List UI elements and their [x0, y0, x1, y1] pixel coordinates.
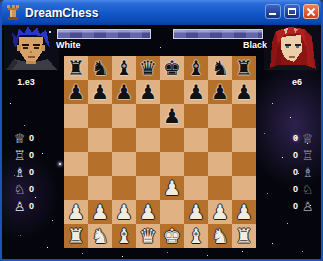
queen-icon: ♕: [300, 131, 315, 146]
square-b7[interactable]: ♟: [88, 80, 112, 104]
black-captured-pawn-count: 0: [293, 199, 298, 214]
square-e2[interactable]: [160, 200, 184, 224]
bishop-icon: ♗: [12, 165, 27, 180]
knight-icon: ♘: [12, 182, 27, 197]
white-pawn-piece: ♟: [91, 200, 109, 224]
square-g2[interactable]: ♟: [208, 200, 232, 224]
square-g5[interactable]: [208, 128, 232, 152]
square-b3[interactable]: [88, 176, 112, 200]
black-pawn-piece: ♟: [91, 80, 109, 104]
square-e8[interactable]: ♚: [160, 56, 184, 80]
square-g7[interactable]: ♟: [208, 80, 232, 104]
square-b5[interactable]: [88, 128, 112, 152]
white-king-piece: ♚: [163, 224, 181, 248]
square-h4[interactable]: [232, 152, 256, 176]
square-h7[interactable]: ♟: [232, 80, 256, 104]
black-pawn-piece: ♟: [139, 80, 157, 104]
square-c8[interactable]: ♝: [112, 56, 136, 80]
white-captured-queen-row: ♕0: [12, 130, 58, 147]
square-c2[interactable]: ♟: [112, 200, 136, 224]
bishop-icon: ♗: [300, 165, 315, 180]
square-b4[interactable]: [88, 152, 112, 176]
white-captured-rook-count: 0: [29, 148, 34, 163]
square-a7[interactable]: ♟: [64, 80, 88, 104]
black-knight-piece: ♞: [91, 56, 109, 80]
maximize-button[interactable]: [284, 4, 300, 19]
square-e1[interactable]: ♚: [160, 224, 184, 248]
square-e3[interactable]: ♟: [160, 176, 184, 200]
white-queen-piece: ♛: [139, 224, 157, 248]
black-captured-knight-count: 0: [293, 182, 298, 197]
white-captured-knight-row: ♘0: [12, 181, 58, 198]
black-rook-piece: ♜: [67, 56, 85, 80]
white-captured-tray: ♕0♖0♗0♘0♙0: [12, 130, 58, 215]
black-player-avatar: [264, 25, 319, 70]
knight-icon: ♘: [300, 182, 315, 197]
rook-icon: ♖: [300, 148, 315, 163]
black-captured-bishop-row: 0♗: [269, 164, 315, 181]
square-a2[interactable]: ♟: [64, 200, 88, 224]
maximize-icon: [288, 8, 296, 15]
black-pawn-piece: ♟: [235, 80, 253, 104]
square-b2[interactable]: ♟: [88, 200, 112, 224]
white-pawn-piece: ♟: [139, 200, 157, 224]
titlebar[interactable]: DreamChess: [0, 0, 323, 25]
white-pawn-piece: ♟: [211, 200, 229, 224]
pawn-icon: ♙: [12, 199, 27, 214]
white-captured-rook-row: ♖0: [12, 147, 58, 164]
square-d1[interactable]: ♛: [136, 224, 160, 248]
square-b8[interactable]: ♞: [88, 56, 112, 80]
square-g4[interactable]: [208, 152, 232, 176]
square-h5[interactable]: [232, 128, 256, 152]
white-pawn-piece: ♟: [67, 200, 85, 224]
black-captured-queen-count: 0: [293, 131, 298, 146]
square-d7[interactable]: ♟: [136, 80, 160, 104]
white-knight-piece: ♞: [211, 224, 229, 248]
white-captured-pawn-row: ♙0: [12, 198, 58, 215]
square-a6[interactable]: [64, 104, 88, 128]
square-g6[interactable]: [208, 104, 232, 128]
square-h3[interactable]: [232, 176, 256, 200]
black-last-move: e6: [282, 77, 312, 87]
square-a4[interactable]: [64, 152, 88, 176]
square-a8[interactable]: ♜: [64, 56, 88, 80]
square-a3[interactable]: [64, 176, 88, 200]
black-label: Black: [243, 40, 267, 50]
square-a1[interactable]: ♜: [64, 224, 88, 248]
square-h8[interactable]: ♜: [232, 56, 256, 80]
square-d8[interactable]: ♛: [136, 56, 160, 80]
black-clock-fill: [174, 30, 262, 38]
black-pawn-piece: ♟: [115, 80, 133, 104]
black-captured-pawn-row: 0♙: [269, 198, 315, 215]
square-f8[interactable]: ♝: [184, 56, 208, 80]
square-h1[interactable]: ♜: [232, 224, 256, 248]
square-c3[interactable]: [112, 176, 136, 200]
square-g8[interactable]: ♞: [208, 56, 232, 80]
square-e7[interactable]: [160, 80, 184, 104]
white-label: White: [56, 40, 81, 50]
square-d6[interactable]: [136, 104, 160, 128]
queen-icon: ♕: [12, 131, 27, 146]
white-captured-knight-count: 0: [29, 182, 34, 197]
white-rook-piece: ♜: [67, 224, 85, 248]
white-knight-piece: ♞: [91, 224, 109, 248]
white-clock-bar: [57, 29, 151, 39]
black-pawn-piece: ♟: [163, 104, 181, 128]
white-captured-pawn-count: 0: [29, 199, 34, 214]
square-h2[interactable]: ♟: [232, 200, 256, 224]
square-c4[interactable]: [112, 152, 136, 176]
black-king-piece: ♚: [163, 56, 181, 80]
black-bishop-piece: ♝: [187, 56, 205, 80]
black-pawn-piece: ♟: [187, 80, 205, 104]
black-captured-bishop-count: 0: [293, 165, 298, 180]
white-clock-fill: [58, 30, 150, 38]
white-rook-piece: ♜: [235, 224, 253, 248]
white-captured-bishop-count: 0: [29, 165, 34, 180]
white-pawn-piece: ♟: [163, 176, 181, 200]
close-button[interactable]: [303, 4, 319, 19]
black-captured-queen-row: 0♕: [269, 130, 315, 147]
black-bishop-piece: ♝: [115, 56, 133, 80]
square-c6[interactable]: [112, 104, 136, 128]
chess-board[interactable]: ♜♞♝♛♚♝♞♜♟♟♟♟♟♟♟♟♟♟♟♟♟♟♟♟♜♞♝♛♚♝♞♜: [64, 56, 256, 248]
black-captured-tray: 0♕0♖0♗0♘0♙: [269, 130, 315, 215]
black-captured-knight-row: 0♘: [269, 181, 315, 198]
minimize-icon: [269, 13, 276, 15]
square-c5[interactable]: [112, 128, 136, 152]
square-e5[interactable]: [160, 128, 184, 152]
white-bishop-piece: ♝: [187, 224, 205, 248]
square-e6[interactable]: ♟: [160, 104, 184, 128]
white-pawn-piece: ♟: [187, 200, 205, 224]
black-queen-piece: ♛: [139, 56, 157, 80]
black-pawn-piece: ♟: [67, 80, 85, 104]
square-f2[interactable]: ♟: [184, 200, 208, 224]
square-b1[interactable]: ♞: [88, 224, 112, 248]
square-h6[interactable]: [232, 104, 256, 128]
black-pawn-piece: ♟: [211, 80, 229, 104]
white-captured-queen-count: 0: [29, 131, 34, 146]
white-pawn-piece: ♟: [235, 200, 253, 224]
pawn-icon: ♙: [300, 199, 315, 214]
rook-app-icon: [6, 4, 20, 21]
square-f1[interactable]: ♝: [184, 224, 208, 248]
white-player-avatar: [4, 25, 59, 70]
square-f6[interactable]: [184, 104, 208, 128]
black-captured-rook-row: 0♖: [269, 147, 315, 164]
rook-icon: ♖: [12, 148, 27, 163]
white-last-move: 1.e3: [4, 77, 48, 87]
dreamchess-window: DreamChess: [0, 0, 323, 261]
black-clock-bar: [173, 29, 263, 39]
square-d3[interactable]: [136, 176, 160, 200]
square-f4[interactable]: [184, 152, 208, 176]
square-a5[interactable]: [64, 128, 88, 152]
black-knight-piece: ♞: [211, 56, 229, 80]
white-captured-bishop-row: ♗0: [12, 164, 58, 181]
square-b6[interactable]: [88, 104, 112, 128]
square-g1[interactable]: ♞: [208, 224, 232, 248]
white-bishop-piece: ♝: [115, 224, 133, 248]
square-f7[interactable]: ♟: [184, 80, 208, 104]
black-captured-rook-count: 0: [293, 148, 298, 163]
square-f5[interactable]: [184, 128, 208, 152]
black-rook-piece: ♜: [235, 56, 253, 80]
square-d2[interactable]: ♟: [136, 200, 160, 224]
square-e4[interactable]: [160, 152, 184, 176]
minimize-button[interactable]: [265, 4, 281, 19]
square-d5[interactable]: [136, 128, 160, 152]
window-title: DreamChess: [25, 6, 98, 20]
square-c1[interactable]: ♝: [112, 224, 136, 248]
square-c7[interactable]: ♟: [112, 80, 136, 104]
square-f3[interactable]: [184, 176, 208, 200]
square-d4[interactable]: [136, 152, 160, 176]
white-pawn-piece: ♟: [115, 200, 133, 224]
square-g3[interactable]: [208, 176, 232, 200]
